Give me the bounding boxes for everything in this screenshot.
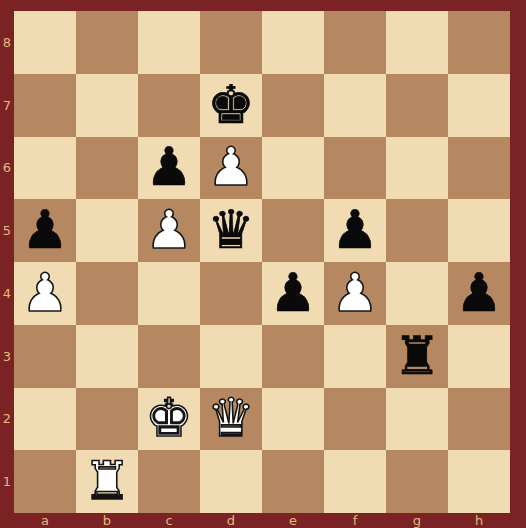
square-d4[interactable]: [200, 262, 262, 325]
square-e7[interactable]: [262, 74, 324, 137]
square-e6[interactable]: [262, 137, 324, 200]
square-h4[interactable]: ♟: [448, 262, 510, 325]
piece-white-rook: ♜: [83, 454, 131, 507]
square-a5[interactable]: ♟: [14, 199, 76, 262]
file-label-c: c: [138, 513, 200, 528]
piece-black-pawn: ♟: [331, 203, 379, 256]
piece-black-pawn: ♟: [455, 266, 503, 319]
file-labels: abcdefgh: [14, 513, 510, 528]
square-f7[interactable]: [324, 74, 386, 137]
square-b3[interactable]: [76, 325, 138, 388]
rank-label-1: 1: [0, 450, 14, 513]
rank-labels: 87654321: [0, 11, 14, 513]
piece-white-pawn: ♟: [207, 140, 255, 193]
square-f1[interactable]: [324, 450, 386, 513]
square-f5[interactable]: ♟: [324, 199, 386, 262]
square-g7[interactable]: [386, 74, 448, 137]
square-a6[interactable]: [14, 137, 76, 200]
square-e4[interactable]: ♟: [262, 262, 324, 325]
square-d5[interactable]: ♛: [200, 199, 262, 262]
square-f2[interactable]: [324, 388, 386, 451]
square-c5[interactable]: ♟: [138, 199, 200, 262]
piece-white-pawn: ♟: [331, 266, 379, 319]
square-c1[interactable]: [138, 450, 200, 513]
piece-white-king: ♚: [145, 391, 193, 444]
piece-black-pawn: ♟: [145, 140, 193, 193]
file-label-f: f: [324, 513, 386, 528]
chess-board: ♚♟♟♟♟♛♟♟♟♟♟♜♚♛♜: [14, 11, 510, 513]
square-d7[interactable]: ♚: [200, 74, 262, 137]
square-g5[interactable]: [386, 199, 448, 262]
square-a4[interactable]: ♟: [14, 262, 76, 325]
square-h2[interactable]: [448, 388, 510, 451]
rank-label-4: 4: [0, 262, 14, 325]
file-label-d: d: [200, 513, 262, 528]
rank-label-7: 7: [0, 74, 14, 137]
square-b4[interactable]: [76, 262, 138, 325]
piece-black-rook: ♜: [393, 329, 441, 382]
square-e2[interactable]: [262, 388, 324, 451]
square-e1[interactable]: [262, 450, 324, 513]
piece-white-pawn: ♟: [21, 266, 69, 319]
square-d2[interactable]: ♛: [200, 388, 262, 451]
square-h7[interactable]: [448, 74, 510, 137]
square-a3[interactable]: [14, 325, 76, 388]
square-f6[interactable]: [324, 137, 386, 200]
piece-black-king: ♚: [207, 78, 255, 131]
square-a8[interactable]: [14, 11, 76, 74]
square-d8[interactable]: [200, 11, 262, 74]
square-a7[interactable]: [14, 74, 76, 137]
square-e5[interactable]: [262, 199, 324, 262]
square-g4[interactable]: [386, 262, 448, 325]
square-a2[interactable]: [14, 388, 76, 451]
piece-white-queen: ♛: [207, 391, 255, 444]
square-f8[interactable]: [324, 11, 386, 74]
square-h1[interactable]: [448, 450, 510, 513]
rank-label-6: 6: [0, 137, 14, 200]
piece-black-pawn: ♟: [269, 266, 317, 319]
square-d3[interactable]: [200, 325, 262, 388]
square-c8[interactable]: [138, 11, 200, 74]
square-g8[interactable]: [386, 11, 448, 74]
square-b8[interactable]: [76, 11, 138, 74]
square-h5[interactable]: [448, 199, 510, 262]
square-c3[interactable]: [138, 325, 200, 388]
square-d1[interactable]: [200, 450, 262, 513]
file-label-a: a: [14, 513, 76, 528]
square-b6[interactable]: [76, 137, 138, 200]
square-g2[interactable]: [386, 388, 448, 451]
square-a1[interactable]: [14, 450, 76, 513]
square-h6[interactable]: [448, 137, 510, 200]
piece-black-queen: ♛: [207, 203, 255, 256]
rank-label-8: 8: [0, 11, 14, 74]
square-h3[interactable]: [448, 325, 510, 388]
piece-black-pawn: ♟: [21, 203, 69, 256]
rank-label-2: 2: [0, 388, 14, 451]
rank-label-3: 3: [0, 325, 14, 388]
square-b5[interactable]: [76, 199, 138, 262]
square-c6[interactable]: ♟: [138, 137, 200, 200]
chess-board-frame: 87654321 abcdefgh ♚♟♟♟♟♛♟♟♟♟♟♜♚♛♜: [0, 0, 526, 528]
file-label-g: g: [386, 513, 448, 528]
square-h8[interactable]: [448, 11, 510, 74]
square-e8[interactable]: [262, 11, 324, 74]
file-label-e: e: [262, 513, 324, 528]
square-b1[interactable]: ♜: [76, 450, 138, 513]
square-g6[interactable]: [386, 137, 448, 200]
file-label-b: b: [76, 513, 138, 528]
square-c4[interactable]: [138, 262, 200, 325]
square-e3[interactable]: [262, 325, 324, 388]
file-label-h: h: [448, 513, 510, 528]
square-b7[interactable]: [76, 74, 138, 137]
rank-label-5: 5: [0, 199, 14, 262]
square-d6[interactable]: ♟: [200, 137, 262, 200]
piece-white-pawn: ♟: [145, 203, 193, 256]
square-f4[interactable]: ♟: [324, 262, 386, 325]
square-b2[interactable]: [76, 388, 138, 451]
square-c7[interactable]: [138, 74, 200, 137]
square-c2[interactable]: ♚: [138, 388, 200, 451]
square-g1[interactable]: [386, 450, 448, 513]
square-f3[interactable]: [324, 325, 386, 388]
square-g3[interactable]: ♜: [386, 325, 448, 388]
